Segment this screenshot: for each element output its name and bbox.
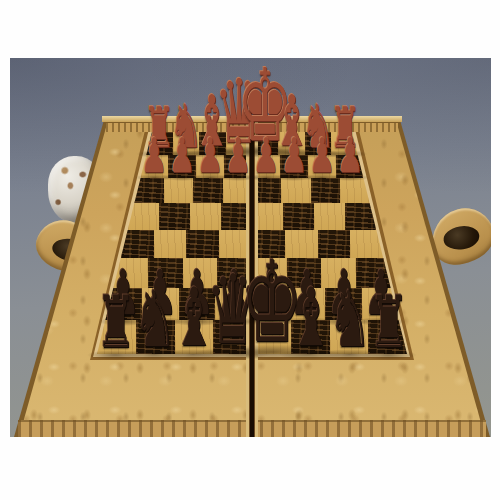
photo-frame-right: [491, 0, 500, 500]
photo-frame-top: [0, 0, 500, 58]
piece-red-pawn-h7[interactable]: ♟: [328, 131, 371, 179]
pawn-glyph: ♟: [336, 137, 363, 174]
photo-frame-left: [0, 0, 10, 500]
pieces-layer: ♜♞♝♛♚♝♞♜♟♟♟♟♟♟♟♟♟♟♟♟♟♟♟♟♜♞♝♛♚♝♞♜: [0, 0, 500, 500]
piece-dark-rook-h1[interactable]: ♜: [356, 286, 421, 358]
photo-scene: ♜♞♝♛♚♝♞♜♟♟♟♟♟♟♟♟♟♟♟♟♟♟♟♟♜♞♝♛♚♝♞♜: [0, 0, 500, 500]
photo-frame-bottom: [0, 437, 500, 500]
rook-glyph: ♜: [368, 294, 408, 350]
